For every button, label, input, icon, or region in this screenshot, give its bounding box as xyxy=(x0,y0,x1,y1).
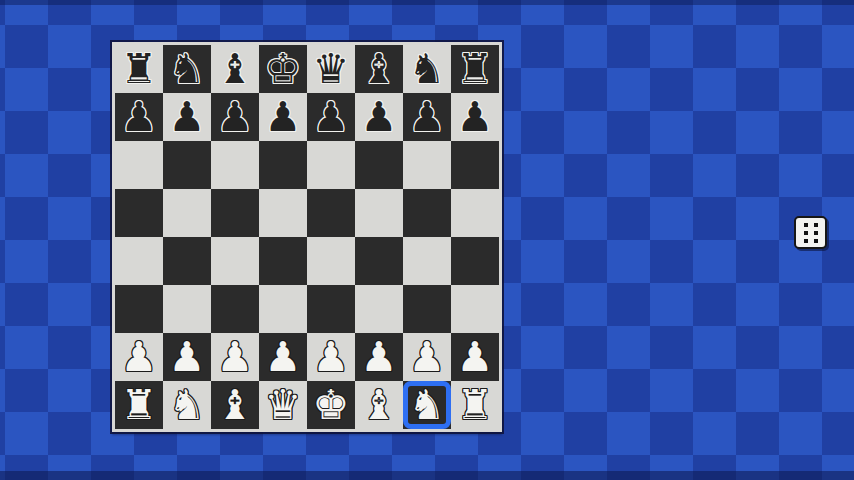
square-g8[interactable]: ♞ xyxy=(403,45,451,93)
square-c8[interactable]: ♝ xyxy=(211,45,259,93)
square-c6[interactable] xyxy=(211,141,259,189)
square-d3[interactable] xyxy=(259,285,307,333)
square-g3[interactable] xyxy=(403,285,451,333)
white-knight[interactable]: ♞ xyxy=(163,381,211,429)
white-bishop[interactable]: ♝ xyxy=(211,381,259,429)
square-c2[interactable]: ♟ xyxy=(211,333,259,381)
white-pawn[interactable]: ♟ xyxy=(451,333,499,381)
white-pawn[interactable]: ♟ xyxy=(307,333,355,381)
white-pawn[interactable]: ♟ xyxy=(403,333,451,381)
menu-dot xyxy=(804,223,808,227)
square-e1[interactable]: ♚ xyxy=(307,381,355,429)
white-knight[interactable]: ♞ xyxy=(403,381,451,429)
square-f6[interactable] xyxy=(355,141,403,189)
menu-dot xyxy=(804,231,808,235)
white-bishop[interactable]: ♝ xyxy=(355,381,403,429)
black-pawn[interactable]: ♟ xyxy=(211,93,259,141)
black-pawn[interactable]: ♟ xyxy=(163,93,211,141)
bottom-vignette xyxy=(0,471,854,480)
square-b5[interactable] xyxy=(163,189,211,237)
black-pawn[interactable]: ♟ xyxy=(259,93,307,141)
black-bishop[interactable]: ♝ xyxy=(355,45,403,93)
chess-board: ♜♞♝♚♛♝♞♜♟♟♟♟♟♟♟♟♟♟♟♟♟♟♟♟♜♞♝♛♚♝♞♜ xyxy=(112,42,502,432)
black-pawn[interactable]: ♟ xyxy=(451,93,499,141)
square-e6[interactable] xyxy=(307,141,355,189)
square-e2[interactable]: ♟ xyxy=(307,333,355,381)
white-pawn[interactable]: ♟ xyxy=(211,333,259,381)
square-f2[interactable]: ♟ xyxy=(355,333,403,381)
square-b8[interactable]: ♞ xyxy=(163,45,211,93)
white-king[interactable]: ♚ xyxy=(307,381,355,429)
square-f4[interactable] xyxy=(355,237,403,285)
square-b1[interactable]: ♞ xyxy=(163,381,211,429)
square-h1[interactable]: ♜ xyxy=(451,381,499,429)
black-pawn[interactable]: ♟ xyxy=(355,93,403,141)
square-h3[interactable] xyxy=(451,285,499,333)
black-queen[interactable]: ♛ xyxy=(307,45,355,93)
square-a7[interactable]: ♟ xyxy=(115,93,163,141)
white-rook[interactable]: ♜ xyxy=(451,381,499,429)
square-f7[interactable]: ♟ xyxy=(355,93,403,141)
square-h6[interactable] xyxy=(451,141,499,189)
square-h5[interactable] xyxy=(451,189,499,237)
square-g5[interactable] xyxy=(403,189,451,237)
black-pawn[interactable]: ♟ xyxy=(307,93,355,141)
square-g2[interactable]: ♟ xyxy=(403,333,451,381)
square-f1[interactable]: ♝ xyxy=(355,381,403,429)
square-b6[interactable] xyxy=(163,141,211,189)
square-c5[interactable] xyxy=(211,189,259,237)
square-a8[interactable]: ♜ xyxy=(115,45,163,93)
white-pawn[interactable]: ♟ xyxy=(259,333,307,381)
board-squares: ♜♞♝♚♛♝♞♜♟♟♟♟♟♟♟♟♟♟♟♟♟♟♟♟♜♞♝♛♚♝♞♜ xyxy=(115,45,499,429)
six-dots-menu-icon xyxy=(804,223,818,243)
black-pawn[interactable]: ♟ xyxy=(115,93,163,141)
square-b2[interactable]: ♟ xyxy=(163,333,211,381)
square-c1[interactable]: ♝ xyxy=(211,381,259,429)
black-knight[interactable]: ♞ xyxy=(403,45,451,93)
square-c7[interactable]: ♟ xyxy=(211,93,259,141)
square-d4[interactable] xyxy=(259,237,307,285)
menu-button[interactable] xyxy=(794,216,827,249)
square-g1[interactable]: ♞ xyxy=(403,381,451,429)
square-d2[interactable]: ♟ xyxy=(259,333,307,381)
square-d5[interactable] xyxy=(259,189,307,237)
square-h8[interactable]: ♜ xyxy=(451,45,499,93)
square-d1[interactable]: ♛ xyxy=(259,381,307,429)
menu-dot xyxy=(814,239,818,243)
square-d7[interactable]: ♟ xyxy=(259,93,307,141)
square-c3[interactable] xyxy=(211,285,259,333)
square-a6[interactable] xyxy=(115,141,163,189)
white-queen[interactable]: ♛ xyxy=(259,381,307,429)
black-bishop[interactable]: ♝ xyxy=(211,45,259,93)
square-a4[interactable] xyxy=(115,237,163,285)
square-h4[interactable] xyxy=(451,237,499,285)
top-vignette xyxy=(0,0,854,5)
square-e8[interactable]: ♛ xyxy=(307,45,355,93)
black-pawn[interactable]: ♟ xyxy=(403,93,451,141)
black-knight[interactable]: ♞ xyxy=(163,45,211,93)
white-rook[interactable]: ♜ xyxy=(115,381,163,429)
square-b4[interactable] xyxy=(163,237,211,285)
black-rook[interactable]: ♜ xyxy=(451,45,499,93)
square-f3[interactable] xyxy=(355,285,403,333)
square-a5[interactable] xyxy=(115,189,163,237)
square-e5[interactable] xyxy=(307,189,355,237)
square-g6[interactable] xyxy=(403,141,451,189)
square-h2[interactable]: ♟ xyxy=(451,333,499,381)
menu-dot xyxy=(804,239,808,243)
square-g7[interactable]: ♟ xyxy=(403,93,451,141)
game-screen: ♜♞♝♚♛♝♞♜♟♟♟♟♟♟♟♟♟♟♟♟♟♟♟♟♜♞♝♛♚♝♞♜ xyxy=(0,0,854,480)
black-rook[interactable]: ♜ xyxy=(115,45,163,93)
menu-dot xyxy=(814,223,818,227)
square-c4[interactable] xyxy=(211,237,259,285)
square-e7[interactable]: ♟ xyxy=(307,93,355,141)
square-a3[interactable] xyxy=(115,285,163,333)
white-pawn[interactable]: ♟ xyxy=(115,333,163,381)
black-king[interactable]: ♚ xyxy=(259,45,307,93)
square-f5[interactable] xyxy=(355,189,403,237)
square-h7[interactable]: ♟ xyxy=(451,93,499,141)
white-pawn[interactable]: ♟ xyxy=(163,333,211,381)
square-e3[interactable] xyxy=(307,285,355,333)
square-e4[interactable] xyxy=(307,237,355,285)
white-pawn[interactable]: ♟ xyxy=(355,333,403,381)
square-b3[interactable] xyxy=(163,285,211,333)
square-d6[interactable] xyxy=(259,141,307,189)
square-a1[interactable]: ♜ xyxy=(115,381,163,429)
square-d8[interactable]: ♚ xyxy=(259,45,307,93)
menu-dot xyxy=(814,231,818,235)
square-b7[interactable]: ♟ xyxy=(163,93,211,141)
square-f8[interactable]: ♝ xyxy=(355,45,403,93)
square-g4[interactable] xyxy=(403,237,451,285)
square-a2[interactable]: ♟ xyxy=(115,333,163,381)
